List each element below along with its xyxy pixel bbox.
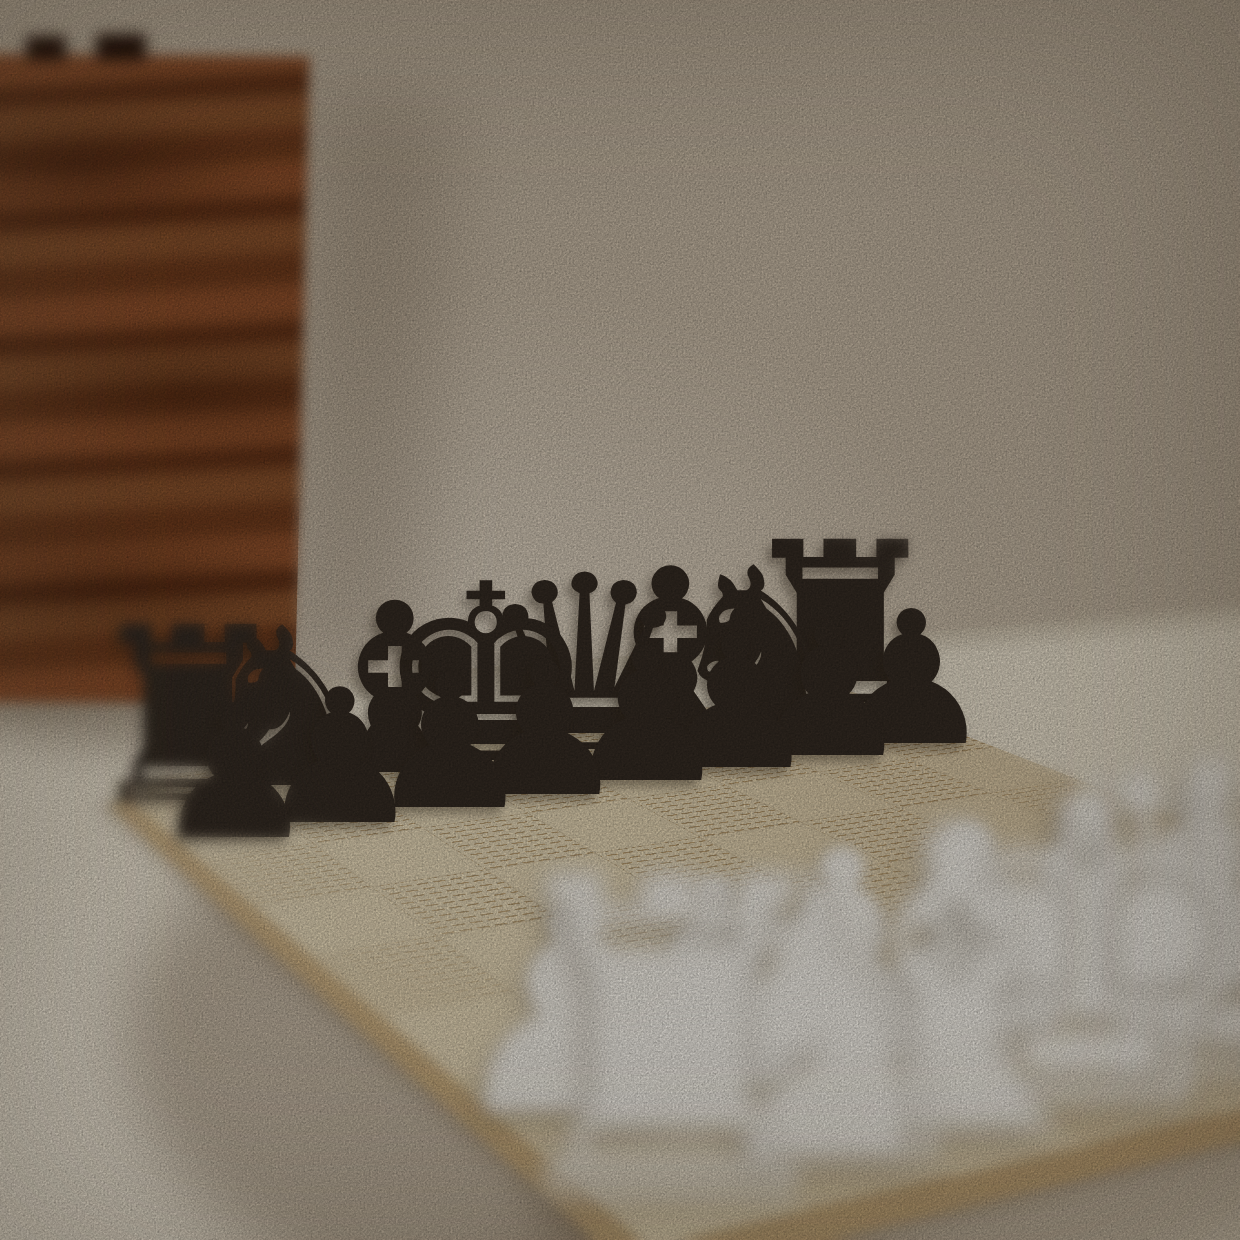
piece-black-pawn-h7[interactable]: ♟ <box>152 681 318 866</box>
photo-scene: ♜♞♝♛♚♝♞♜♟♟♟♟♟♟♟♟♟♟♟♟♟♟♟♟♜♞♝♛♚♝♞♜ <box>0 0 1240 1240</box>
piece-white-rook-h1[interactable]: ♜ <box>473 820 868 1240</box>
